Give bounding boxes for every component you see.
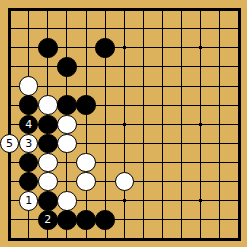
black-stone	[19, 95, 39, 115]
white-stone	[19, 76, 39, 96]
white-stone	[115, 172, 135, 192]
black-stone	[95, 210, 115, 230]
white-stone	[38, 153, 58, 173]
stones-layer: 45312	[0, 0, 247, 247]
move-number-label: 5	[6, 138, 13, 149]
move-number-label: 1	[25, 195, 32, 206]
black-stone	[38, 38, 58, 58]
go-board-diagram: 45312	[0, 0, 247, 247]
white-stone	[76, 153, 96, 173]
white-stone-move-3: 3	[19, 134, 39, 154]
move-number-label: 2	[44, 214, 51, 225]
white-stone	[57, 191, 77, 211]
move-number-label: 4	[25, 119, 32, 130]
white-stone	[57, 134, 77, 154]
black-stone	[19, 153, 39, 173]
black-stone	[95, 38, 115, 58]
white-stone	[76, 172, 96, 192]
black-stone-move-2: 2	[38, 210, 58, 230]
white-stone	[38, 172, 58, 192]
black-stone	[38, 115, 58, 135]
white-stone	[57, 115, 77, 135]
black-stone	[57, 210, 77, 230]
black-stone	[76, 95, 96, 115]
black-stone	[38, 191, 58, 211]
white-stone	[38, 95, 58, 115]
black-stone	[76, 210, 96, 230]
white-stone-move-5: 5	[0, 134, 19, 154]
black-stone	[38, 134, 58, 154]
black-stone-move-4: 4	[19, 115, 39, 135]
black-stone	[19, 172, 39, 192]
move-number-label: 3	[25, 138, 32, 149]
black-stone	[57, 57, 77, 77]
white-stone-move-1: 1	[19, 191, 39, 211]
black-stone	[57, 95, 77, 115]
